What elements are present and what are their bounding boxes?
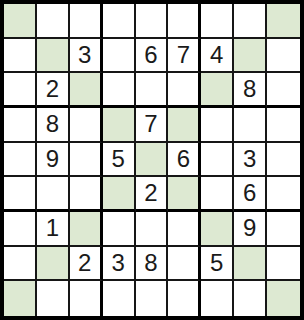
cell-r9c5[interactable]: [136, 281, 169, 316]
cell-r5c2[interactable]: 9: [37, 143, 70, 178]
cell-r9c9[interactable]: [267, 281, 300, 316]
cell-r5c6[interactable]: 6: [168, 143, 201, 178]
cell-r2c5[interactable]: 6: [136, 39, 169, 74]
cell-r4c1[interactable]: [4, 108, 37, 143]
cell-r7c9[interactable]: [267, 212, 300, 247]
cell-r6c7[interactable]: [201, 177, 234, 212]
cell-r7c7[interactable]: [201, 212, 234, 247]
cell-r8c4[interactable]: 3: [103, 247, 136, 282]
cell-r4c2[interactable]: 8: [37, 108, 70, 143]
cell-r8c6[interactable]: [168, 247, 201, 282]
cell-r1c8[interactable]: [234, 4, 267, 39]
cell-r8c3[interactable]: 2: [70, 247, 103, 282]
cell-r3c7[interactable]: [201, 73, 234, 108]
cell-r2c9[interactable]: [267, 39, 300, 74]
cell-r6c2[interactable]: [37, 177, 70, 212]
cell-r1c7[interactable]: [201, 4, 234, 39]
cell-r6c6[interactable]: [168, 177, 201, 212]
cell-r6c5[interactable]: 2: [136, 177, 169, 212]
cell-r6c9[interactable]: [267, 177, 300, 212]
cell-r8c1[interactable]: [4, 247, 37, 282]
cell-r6c3[interactable]: [70, 177, 103, 212]
cell-r8c7[interactable]: 5: [201, 247, 234, 282]
cell-r2c7[interactable]: 4: [201, 39, 234, 74]
cell-r3c5[interactable]: [136, 73, 169, 108]
cell-r7c6[interactable]: [168, 212, 201, 247]
cell-r5c5[interactable]: [136, 143, 169, 178]
cell-r1c3[interactable]: [70, 4, 103, 39]
cell-r3c6[interactable]: [168, 73, 201, 108]
cell-r1c5[interactable]: [136, 4, 169, 39]
cell-r8c8[interactable]: [234, 247, 267, 282]
cell-r3c8[interactable]: 8: [234, 73, 267, 108]
cell-r7c8[interactable]: 9: [234, 212, 267, 247]
cell-r9c3[interactable]: [70, 281, 103, 316]
cell-r1c4[interactable]: [103, 4, 136, 39]
cell-r1c6[interactable]: [168, 4, 201, 39]
cell-r9c7[interactable]: [201, 281, 234, 316]
cell-r9c8[interactable]: [234, 281, 267, 316]
cell-r4c5[interactable]: 7: [136, 108, 169, 143]
cell-r5c1[interactable]: [4, 143, 37, 178]
cell-r5c3[interactable]: [70, 143, 103, 178]
cell-r4c8[interactable]: [234, 108, 267, 143]
cell-r7c2[interactable]: 1: [37, 212, 70, 247]
sudoku-board: 36742887956326192385: [0, 0, 304, 320]
cell-r5c9[interactable]: [267, 143, 300, 178]
cell-r1c2[interactable]: [37, 4, 70, 39]
cell-r8c9[interactable]: [267, 247, 300, 282]
cell-r2c8[interactable]: [234, 39, 267, 74]
cell-r2c2[interactable]: [37, 39, 70, 74]
cell-r9c4[interactable]: [103, 281, 136, 316]
cell-r5c4[interactable]: 5: [103, 143, 136, 178]
cell-r8c2[interactable]: [37, 247, 70, 282]
cell-r7c4[interactable]: [103, 212, 136, 247]
cell-r3c1[interactable]: [4, 73, 37, 108]
cell-r2c1[interactable]: [4, 39, 37, 74]
cell-r9c2[interactable]: [37, 281, 70, 316]
cell-r3c9[interactable]: [267, 73, 300, 108]
cell-r2c6[interactable]: 7: [168, 39, 201, 74]
cell-r6c1[interactable]: [4, 177, 37, 212]
cell-r7c3[interactable]: [70, 212, 103, 247]
cell-r2c3[interactable]: 3: [70, 39, 103, 74]
cell-r6c4[interactable]: [103, 177, 136, 212]
cell-r4c4[interactable]: [103, 108, 136, 143]
cell-r3c3[interactable]: [70, 73, 103, 108]
cell-r5c8[interactable]: 3: [234, 143, 267, 178]
cell-r2c4[interactable]: [103, 39, 136, 74]
cell-r8c5[interactable]: 8: [136, 247, 169, 282]
cell-r4c7[interactable]: [201, 108, 234, 143]
cell-r3c4[interactable]: [103, 73, 136, 108]
cell-r5c7[interactable]: [201, 143, 234, 178]
cell-r1c1[interactable]: [4, 4, 37, 39]
cell-r4c9[interactable]: [267, 108, 300, 143]
cell-r4c3[interactable]: [70, 108, 103, 143]
cell-r1c9[interactable]: [267, 4, 300, 39]
cell-r9c1[interactable]: [4, 281, 37, 316]
cell-r4c6[interactable]: [168, 108, 201, 143]
cell-r6c8[interactable]: 6: [234, 177, 267, 212]
cell-r7c1[interactable]: [4, 212, 37, 247]
cell-r7c5[interactable]: [136, 212, 169, 247]
cell-r3c2[interactable]: 2: [37, 73, 70, 108]
cell-r9c6[interactable]: [168, 281, 201, 316]
